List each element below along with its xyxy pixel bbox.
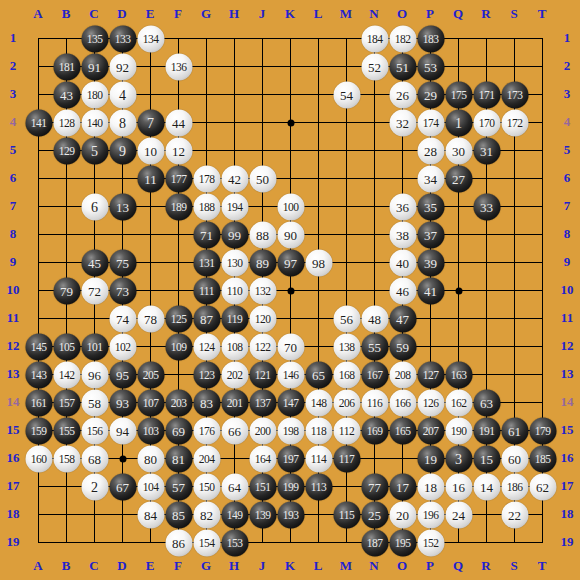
row-label-right-15: 15 [561, 422, 574, 438]
col-label-top-N: N [369, 6, 378, 22]
stone-C5-move-5-black[interactable]: 5 [81, 137, 108, 164]
stone-N18-move-25-black[interactable]: 25 [361, 501, 388, 528]
stone-L13-move-65-black[interactable]: 65 [305, 361, 332, 388]
stone-G9-move-131-black[interactable]: 131 [193, 249, 220, 276]
move-number: 190 [451, 417, 467, 444]
move-number: 15 [480, 445, 493, 472]
move-number: 204 [199, 445, 215, 472]
stone-M18-move-115-black[interactable]: 115 [333, 501, 360, 528]
stone-J16-move-164-white[interactable]: 164 [249, 445, 276, 472]
stone-E18-move-84-white[interactable]: 84 [137, 501, 164, 528]
stone-D15-move-94-white[interactable]: 94 [109, 417, 136, 444]
move-number: 146 [283, 361, 299, 388]
stone-K9-move-97-black[interactable]: 97 [277, 249, 304, 276]
stone-S17-move-186-white[interactable]: 186 [501, 473, 528, 500]
stone-H17-move-64-white[interactable]: 64 [221, 473, 248, 500]
col-label-top-L: L [314, 6, 323, 22]
stone-S18-move-22-white[interactable]: 22 [501, 501, 528, 528]
stone-D2-move-92-white[interactable]: 92 [109, 53, 136, 80]
stone-K7-move-100-white[interactable]: 100 [277, 193, 304, 220]
move-number: 18 [424, 473, 437, 500]
move-number: 151 [255, 473, 271, 500]
stone-H8-move-99-black[interactable]: 99 [221, 221, 248, 248]
stone-M12-move-138-white[interactable]: 138 [333, 333, 360, 360]
stone-J9-move-89-black[interactable]: 89 [249, 249, 276, 276]
stone-K13-move-146-white[interactable]: 146 [277, 361, 304, 388]
row-label-right-1: 1 [564, 30, 571, 46]
stone-C3-move-180-white[interactable]: 180 [81, 81, 108, 108]
col-label-top-O: O [397, 6, 407, 22]
stone-N1-move-184-white[interactable]: 184 [361, 25, 388, 52]
stone-O9-move-40-white[interactable]: 40 [389, 249, 416, 276]
stone-R7-move-33-black[interactable]: 33 [473, 193, 500, 220]
stone-R4-move-170-white[interactable]: 170 [473, 109, 500, 136]
stone-Q17-move-16-white[interactable]: 16 [445, 473, 472, 500]
stone-K15-move-198-white[interactable]: 198 [277, 417, 304, 444]
stone-H7-move-194-white[interactable]: 194 [221, 193, 248, 220]
row-label-left-9: 9 [10, 254, 17, 270]
stone-M3-move-54-white[interactable]: 54 [333, 81, 360, 108]
stone-G14-move-83-black[interactable]: 83 [193, 389, 220, 416]
stone-E17-move-104-white[interactable]: 104 [137, 473, 164, 500]
row-label-right-18: 18 [561, 506, 574, 522]
stone-G13-move-123-black[interactable]: 123 [193, 361, 220, 388]
move-number: 109 [171, 333, 187, 360]
stone-T16-move-185-black[interactable]: 185 [529, 445, 556, 472]
col-label-bottom-A: A [33, 558, 42, 574]
stone-D14-move-93-black[interactable]: 93 [109, 389, 136, 416]
move-number: 71 [200, 221, 213, 248]
move-number: 133 [115, 25, 131, 52]
stone-H10-move-110-white[interactable]: 110 [221, 277, 248, 304]
stone-E6-move-11-black[interactable]: 11 [137, 165, 164, 192]
stone-K8-move-90-white[interactable]: 90 [277, 221, 304, 248]
stone-M16-move-117-black[interactable]: 117 [333, 445, 360, 472]
stone-Q5-move-30-white[interactable]: 30 [445, 137, 472, 164]
move-number: 100 [283, 193, 299, 220]
stone-O2-move-51-black[interactable]: 51 [389, 53, 416, 80]
stone-C9-move-45-black[interactable]: 45 [81, 249, 108, 276]
stone-E13-move-205-black[interactable]: 205 [137, 361, 164, 388]
move-number: 112 [339, 417, 354, 444]
stone-O17-move-17-black[interactable]: 17 [389, 473, 416, 500]
stone-C12-move-101-black[interactable]: 101 [81, 333, 108, 360]
col-label-top-S: S [510, 6, 517, 22]
stone-B10-move-79-black[interactable]: 79 [53, 277, 80, 304]
stone-C14-move-58-white[interactable]: 58 [81, 389, 108, 416]
stone-F15-move-69-black[interactable]: 69 [165, 417, 192, 444]
stone-R17-move-14-white[interactable]: 14 [473, 473, 500, 500]
col-label-top-T: T [538, 6, 547, 22]
row-label-right-16: 16 [561, 450, 574, 466]
move-number: 42 [228, 165, 241, 192]
move-number: 51 [396, 53, 409, 80]
stone-N11-move-48-white[interactable]: 48 [361, 305, 388, 332]
stone-H9-move-130-white[interactable]: 130 [221, 249, 248, 276]
stone-H6-move-42-white[interactable]: 42 [221, 165, 248, 192]
stone-P14-move-126-white[interactable]: 126 [417, 389, 444, 416]
stone-B5-move-129-black[interactable]: 129 [53, 137, 80, 164]
stone-S3-move-173-black[interactable]: 173 [501, 81, 528, 108]
move-number: 141 [31, 109, 47, 136]
stone-A4-move-141-black[interactable]: 141 [25, 109, 52, 136]
stone-R14-move-63-black[interactable]: 63 [473, 389, 500, 416]
stone-K17-move-199-black[interactable]: 199 [277, 473, 304, 500]
stone-C17-move-2-white[interactable]: 2 [81, 473, 108, 500]
stone-D5-move-9-black[interactable]: 9 [109, 137, 136, 164]
stone-D11-move-74-white[interactable]: 74 [109, 305, 136, 332]
stone-N13-move-167-black[interactable]: 167 [361, 361, 388, 388]
col-label-top-R: R [481, 6, 490, 22]
stone-P5-move-28-white[interactable]: 28 [417, 137, 444, 164]
stone-D4-move-8-white[interactable]: 8 [109, 109, 136, 136]
stone-F19-move-86-white[interactable]: 86 [165, 529, 192, 556]
stone-B2-move-181-black[interactable]: 181 [53, 53, 80, 80]
move-number: 138 [339, 333, 355, 360]
stone-P8-move-37-black[interactable]: 37 [417, 221, 444, 248]
stone-F6-move-177-black[interactable]: 177 [165, 165, 192, 192]
move-number: 5 [91, 137, 98, 164]
move-number: 171 [479, 81, 495, 108]
move-number: 199 [283, 473, 299, 500]
stone-N17-move-77-black[interactable]: 77 [361, 473, 388, 500]
move-number: 77 [368, 473, 381, 500]
move-number: 14 [480, 473, 493, 500]
stone-J8-move-88-white[interactable]: 88 [249, 221, 276, 248]
row-label-left-16: 16 [7, 450, 20, 466]
stone-P7-move-35-black[interactable]: 35 [417, 193, 444, 220]
stone-P16-move-19-black[interactable]: 19 [417, 445, 444, 472]
stone-N12-move-55-black[interactable]: 55 [361, 333, 388, 360]
stone-E16-move-80-white[interactable]: 80 [137, 445, 164, 472]
stone-G8-move-71-black[interactable]: 71 [193, 221, 220, 248]
row-label-left-19: 19 [7, 534, 20, 550]
stone-A14-move-161-black[interactable]: 161 [25, 389, 52, 416]
stone-J6-move-50-white[interactable]: 50 [249, 165, 276, 192]
move-number: 80 [144, 445, 157, 472]
move-number: 44 [172, 109, 185, 136]
move-number: 25 [368, 501, 381, 528]
stone-B4-move-128-white[interactable]: 128 [53, 109, 80, 136]
stone-F18-move-85-black[interactable]: 85 [165, 501, 192, 528]
stone-O4-move-32-white[interactable]: 32 [389, 109, 416, 136]
stone-D3-move-4-white[interactable]: 4 [109, 81, 136, 108]
stone-H12-move-108-white[interactable]: 108 [221, 333, 248, 360]
stone-D9-move-75-black[interactable]: 75 [109, 249, 136, 276]
stone-Q16-move-3-black[interactable]: 3 [445, 445, 472, 472]
col-label-top-H: H [229, 6, 239, 22]
stone-S16-move-60-white[interactable]: 60 [501, 445, 528, 472]
stone-R5-move-31-black[interactable]: 31 [473, 137, 500, 164]
move-number: 182 [395, 25, 411, 52]
stone-L17-move-113-black[interactable]: 113 [305, 473, 332, 500]
stone-A12-move-145-black[interactable]: 145 [25, 333, 52, 360]
stone-P10-move-41-black[interactable]: 41 [417, 277, 444, 304]
move-number: 111 [199, 277, 214, 304]
move-number: 183 [423, 25, 439, 52]
col-label-top-C: C [89, 6, 98, 22]
stone-F12-move-109-black[interactable]: 109 [165, 333, 192, 360]
stone-E11-move-78-white[interactable]: 78 [137, 305, 164, 332]
stone-G17-move-150-white[interactable]: 150 [193, 473, 220, 500]
stone-F5-move-12-white[interactable]: 12 [165, 137, 192, 164]
stone-M14-move-206-white[interactable]: 206 [333, 389, 360, 416]
stone-E1-move-134-white[interactable]: 134 [137, 25, 164, 52]
stone-O18-move-20-white[interactable]: 20 [389, 501, 416, 528]
stone-O3-move-26-white[interactable]: 26 [389, 81, 416, 108]
row-label-left-14: 14 [7, 394, 20, 410]
move-number: 104 [143, 473, 159, 500]
stone-O13-move-208-white[interactable]: 208 [389, 361, 416, 388]
stone-C16-move-68-white[interactable]: 68 [81, 445, 108, 472]
stone-E4-move-7-black[interactable]: 7 [137, 109, 164, 136]
stone-O10-move-46-white[interactable]: 46 [389, 277, 416, 304]
col-label-bottom-J: J [259, 558, 266, 574]
move-number: 28 [424, 137, 437, 164]
stone-P9-move-39-black[interactable]: 39 [417, 249, 444, 276]
stone-C13-move-96-white[interactable]: 96 [81, 361, 108, 388]
stone-K14-move-147-black[interactable]: 147 [277, 389, 304, 416]
stone-H18-move-149-black[interactable]: 149 [221, 501, 248, 528]
stone-O7-move-36-white[interactable]: 36 [389, 193, 416, 220]
stone-P15-move-207-black[interactable]: 207 [417, 417, 444, 444]
move-number: 59 [396, 333, 409, 360]
stone-O19-move-195-black[interactable]: 195 [389, 529, 416, 556]
move-number: 95 [116, 361, 129, 388]
stone-Q18-move-24-white[interactable]: 24 [445, 501, 472, 528]
stone-K12-move-70-white[interactable]: 70 [277, 333, 304, 360]
stone-N14-move-116-white[interactable]: 116 [361, 389, 388, 416]
stone-P18-move-196-white[interactable]: 196 [417, 501, 444, 528]
move-number: 153 [227, 529, 243, 556]
stone-D17-move-67-black[interactable]: 67 [109, 473, 136, 500]
stone-O11-move-47-black[interactable]: 47 [389, 305, 416, 332]
move-number: 136 [171, 53, 187, 80]
stone-F7-move-189-black[interactable]: 189 [165, 193, 192, 220]
row-label-right-13: 13 [561, 366, 574, 382]
stone-B13-move-142-white[interactable]: 142 [53, 361, 80, 388]
move-number: 66 [228, 417, 241, 444]
grid-line-vertical [374, 38, 375, 543]
row-label-left-18: 18 [7, 506, 20, 522]
stone-P1-move-183-black[interactable]: 183 [417, 25, 444, 52]
stone-H13-move-202-white[interactable]: 202 [221, 361, 248, 388]
stone-J10-move-132-white[interactable]: 132 [249, 277, 276, 304]
stone-F4-move-44-white[interactable]: 44 [165, 109, 192, 136]
stone-S15-move-61-black[interactable]: 61 [501, 417, 528, 444]
stone-P6-move-34-white[interactable]: 34 [417, 165, 444, 192]
stone-T17-move-62-white[interactable]: 62 [529, 473, 556, 500]
stone-C2-move-91-black[interactable]: 91 [81, 53, 108, 80]
move-number: 120 [255, 305, 271, 332]
stone-A15-move-159-black[interactable]: 159 [25, 417, 52, 444]
stone-D10-move-73-black[interactable]: 73 [109, 277, 136, 304]
stone-Q13-move-163-black[interactable]: 163 [445, 361, 472, 388]
stone-P2-move-53-black[interactable]: 53 [417, 53, 444, 80]
stone-C10-move-72-white[interactable]: 72 [81, 277, 108, 304]
col-label-bottom-O: O [397, 558, 407, 574]
stone-D1-move-133-black[interactable]: 133 [109, 25, 136, 52]
stone-R3-move-171-black[interactable]: 171 [473, 81, 500, 108]
stone-K16-move-197-black[interactable]: 197 [277, 445, 304, 472]
stone-O12-move-59-black[interactable]: 59 [389, 333, 416, 360]
stone-G12-move-124-white[interactable]: 124 [193, 333, 220, 360]
row-label-left-6: 6 [10, 170, 17, 186]
move-number: 206 [339, 389, 355, 416]
go-board[interactable]: AABBCCDDEEFFGGHHJJKKLLMMNNOOPPQQRRSSTT11… [0, 0, 580, 580]
stone-S4-move-172-white[interactable]: 172 [501, 109, 528, 136]
stone-G18-move-82-white[interactable]: 82 [193, 501, 220, 528]
stone-H19-move-153-black[interactable]: 153 [221, 529, 248, 556]
move-number: 54 [340, 81, 353, 108]
move-number: 194 [227, 193, 243, 220]
stone-G6-move-178-white[interactable]: 178 [193, 165, 220, 192]
stone-G19-move-154-white[interactable]: 154 [193, 529, 220, 556]
stone-J11-move-120-white[interactable]: 120 [249, 305, 276, 332]
row-label-right-11: 11 [561, 310, 573, 326]
stone-F14-move-203-black[interactable]: 203 [165, 389, 192, 416]
stone-F16-move-81-black[interactable]: 81 [165, 445, 192, 472]
stone-H15-move-66-white[interactable]: 66 [221, 417, 248, 444]
move-number: 135 [87, 25, 103, 52]
move-number: 98 [312, 249, 325, 276]
move-number: 87 [200, 305, 213, 332]
stone-O14-move-166-white[interactable]: 166 [389, 389, 416, 416]
stone-F11-move-125-black[interactable]: 125 [165, 305, 192, 332]
stone-P19-move-152-white[interactable]: 152 [417, 529, 444, 556]
move-number: 35 [424, 193, 437, 220]
stone-J13-move-121-black[interactable]: 121 [249, 361, 276, 388]
move-number: 60 [508, 445, 521, 472]
move-number: 197 [283, 445, 299, 472]
stone-H11-move-119-black[interactable]: 119 [221, 305, 248, 332]
move-number: 142 [59, 361, 75, 388]
stone-N2-move-52-white[interactable]: 52 [361, 53, 388, 80]
stone-C7-move-6-white[interactable]: 6 [81, 193, 108, 220]
move-number: 189 [171, 193, 187, 220]
stone-A16-move-160-white[interactable]: 160 [25, 445, 52, 472]
move-number: 184 [367, 25, 383, 52]
stone-G16-move-204-white[interactable]: 204 [193, 445, 220, 472]
stone-C1-move-135-black[interactable]: 135 [81, 25, 108, 52]
move-number: 16 [452, 473, 465, 500]
move-number: 31 [480, 137, 493, 164]
move-number: 30 [452, 137, 465, 164]
stone-R16-move-15-black[interactable]: 15 [473, 445, 500, 472]
stone-F2-move-136-white[interactable]: 136 [165, 53, 192, 80]
stone-E14-move-107-black[interactable]: 107 [137, 389, 164, 416]
stone-J18-move-139-black[interactable]: 139 [249, 501, 276, 528]
stone-D13-move-95-black[interactable]: 95 [109, 361, 136, 388]
stone-G10-move-111-black[interactable]: 111 [193, 277, 220, 304]
col-label-bottom-R: R [481, 558, 490, 574]
row-label-right-10: 10 [561, 282, 574, 298]
stone-F17-move-57-black[interactable]: 57 [165, 473, 192, 500]
move-number: 64 [228, 473, 241, 500]
stone-M15-move-112-white[interactable]: 112 [333, 417, 360, 444]
stone-Q14-move-162-white[interactable]: 162 [445, 389, 472, 416]
stone-P17-move-18-white[interactable]: 18 [417, 473, 444, 500]
stone-G15-move-176-white[interactable]: 176 [193, 417, 220, 444]
stone-B15-move-155-black[interactable]: 155 [53, 417, 80, 444]
stone-B16-move-158-white[interactable]: 158 [53, 445, 80, 472]
move-number: 56 [340, 305, 353, 332]
stone-O1-move-182-white[interactable]: 182 [389, 25, 416, 52]
col-label-top-M: M [340, 6, 352, 22]
stone-J17-move-151-black[interactable]: 151 [249, 473, 276, 500]
stone-A13-move-143-black[interactable]: 143 [25, 361, 52, 388]
move-number: 40 [396, 249, 409, 276]
stone-M11-move-56-white[interactable]: 56 [333, 305, 360, 332]
move-number: 167 [367, 361, 383, 388]
stone-M13-move-168-white[interactable]: 168 [333, 361, 360, 388]
stone-B14-move-157-black[interactable]: 157 [53, 389, 80, 416]
stone-G7-move-188-white[interactable]: 188 [193, 193, 220, 220]
col-label-bottom-E: E [146, 558, 155, 574]
stone-J12-move-122-white[interactable]: 122 [249, 333, 276, 360]
stone-Q3-move-175-black[interactable]: 175 [445, 81, 472, 108]
move-number: 13 [116, 193, 129, 220]
move-number: 201 [227, 389, 243, 416]
stone-J14-move-137-black[interactable]: 137 [249, 389, 276, 416]
stone-B12-move-105-black[interactable]: 105 [53, 333, 80, 360]
move-number: 191 [479, 417, 495, 444]
move-number: 126 [423, 389, 439, 416]
stone-Q6-move-27-black[interactable]: 27 [445, 165, 472, 192]
stone-O8-move-38-white[interactable]: 38 [389, 221, 416, 248]
move-number: 178 [199, 165, 215, 192]
row-label-right-8: 8 [564, 226, 571, 242]
stone-D7-move-13-black[interactable]: 13 [109, 193, 136, 220]
stone-N19-move-187-black[interactable]: 187 [361, 529, 388, 556]
move-number: 75 [116, 249, 129, 276]
stone-P3-move-29-black[interactable]: 29 [417, 81, 444, 108]
move-number: 92 [116, 53, 129, 80]
move-number: 140 [87, 109, 103, 136]
stone-H14-move-201-black[interactable]: 201 [221, 389, 248, 416]
stone-P4-move-174-white[interactable]: 174 [417, 109, 444, 136]
move-number: 130 [227, 249, 243, 276]
stone-L9-move-98-white[interactable]: 98 [305, 249, 332, 276]
stone-C4-move-140-white[interactable]: 140 [81, 109, 108, 136]
stone-L14-move-148-white[interactable]: 148 [305, 389, 332, 416]
move-number: 72 [88, 277, 101, 304]
stone-R15-move-191-black[interactable]: 191 [473, 417, 500, 444]
stone-N15-move-169-black[interactable]: 169 [361, 417, 388, 444]
move-number: 11 [144, 165, 157, 192]
move-number: 74 [116, 305, 129, 332]
stone-K18-move-193-black[interactable]: 193 [277, 501, 304, 528]
stone-Q4-move-1-black[interactable]: 1 [445, 109, 472, 136]
stone-G11-move-87-black[interactable]: 87 [193, 305, 220, 332]
move-number: 115 [339, 501, 354, 528]
stone-B3-move-43-black[interactable]: 43 [53, 81, 80, 108]
stone-L16-move-114-white[interactable]: 114 [305, 445, 332, 472]
stone-J15-move-200-white[interactable]: 200 [249, 417, 276, 444]
stone-L15-move-118-white[interactable]: 118 [305, 417, 332, 444]
stone-D12-move-102-white[interactable]: 102 [109, 333, 136, 360]
stone-C15-move-156-white[interactable]: 156 [81, 417, 108, 444]
stone-O15-move-165-black[interactable]: 165 [389, 417, 416, 444]
stone-P13-move-127-black[interactable]: 127 [417, 361, 444, 388]
stone-Q15-move-190-white[interactable]: 190 [445, 417, 472, 444]
stone-T15-move-179-black[interactable]: 179 [529, 417, 556, 444]
stone-E5-move-10-white[interactable]: 10 [137, 137, 164, 164]
move-number: 145 [31, 333, 47, 360]
move-number: 161 [31, 389, 47, 416]
stone-E15-move-103-black[interactable]: 103 [137, 417, 164, 444]
move-number: 20 [396, 501, 409, 528]
